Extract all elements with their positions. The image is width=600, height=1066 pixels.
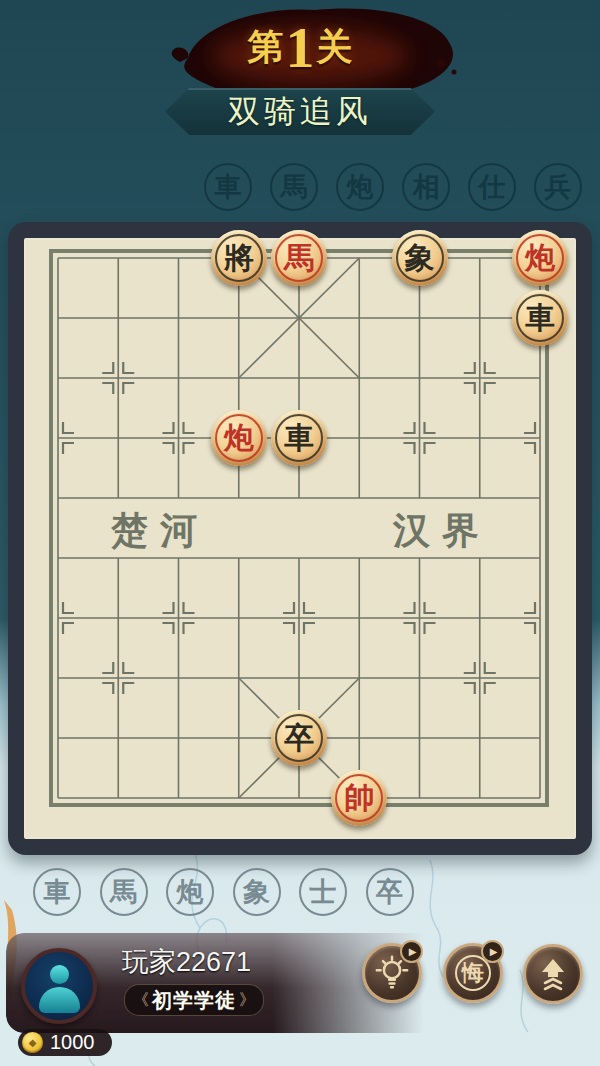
piece-ring (215, 414, 263, 462)
tray-piece-炮: 炮 (336, 163, 384, 211)
tray-piece-士: 士 (299, 868, 347, 916)
tray-piece-馬: 馬 (270, 163, 318, 211)
coin-icon: ◆ (22, 1032, 43, 1053)
coin-balance[interactable]: ◆ 1000 (18, 1029, 112, 1056)
piece-ring (215, 234, 263, 282)
person-icon-body (39, 987, 80, 1013)
level-prefix: 第 (248, 26, 284, 67)
play-ad-icon: ▶ (481, 940, 504, 963)
tray-piece-兵: 兵 (534, 163, 582, 211)
captured-tray-black: 車馬炮象士卒 (33, 868, 414, 916)
badge-left-ornament: 《 (133, 990, 149, 1011)
piece-red-horse[interactable]: 馬 (271, 230, 327, 286)
piece-ring (516, 294, 564, 342)
piece-black-chariot[interactable]: 車 (271, 410, 327, 466)
player-avatar[interactable] (21, 948, 97, 1024)
piece-ring (516, 234, 564, 282)
piece-ring (396, 234, 444, 282)
piece-ring (275, 414, 323, 462)
piece-ring (335, 774, 383, 822)
piece-red-general[interactable]: 帥 (331, 770, 387, 826)
tray-piece-馬: 馬 (100, 868, 148, 916)
player-name: 玩家22671 (122, 944, 251, 980)
level-number: 1 (284, 15, 317, 80)
tray-piece-車: 車 (33, 868, 81, 916)
badge-right-ornament: 》 (239, 990, 255, 1011)
tray-piece-車: 車 (204, 163, 252, 211)
puzzle-name: 双骑追风 (228, 90, 372, 134)
tray-piece-炮: 炮 (166, 868, 214, 916)
captured-tray-red: 車馬炮相仕兵 (204, 163, 582, 211)
piece-black-soldier[interactable]: 卒 (271, 710, 327, 766)
undo-button[interactable]: 悔 ▶ (443, 943, 503, 1003)
tray-piece-仕: 仕 (468, 163, 516, 211)
rank-badge-text: 初学学徒 (152, 987, 236, 1014)
play-ad-icon: ▶ (400, 940, 423, 963)
puzzle-name-banner: 双骑追风 (165, 88, 435, 135)
piece-black-elephant[interactable]: 象 (392, 230, 448, 286)
piece-ring (275, 714, 323, 762)
piece-red-cannon[interactable]: 炮 (211, 410, 267, 466)
coin-amount: 1000 (50, 1031, 95, 1054)
xiangqi-board[interactable]: 將馬象炮車炮車卒帥 (28, 228, 570, 828)
tray-piece-相: 相 (402, 163, 450, 211)
up-arrow-button[interactable] (523, 944, 583, 1004)
up-arrow-icon (533, 954, 573, 994)
hint-button[interactable]: ▶ (362, 943, 422, 1003)
person-icon (50, 965, 69, 984)
level-title: 第1关 (0, 14, 600, 81)
level-suffix: 关 (317, 26, 353, 67)
piece-black-general[interactable]: 將 (211, 230, 267, 286)
tray-piece-象: 象 (233, 868, 281, 916)
piece-black-chariot[interactable]: 車 (512, 290, 568, 346)
game-screen: 第1关 双骑追风 車馬炮相仕兵 車馬炮象士卒 楚河 汉界 將馬象炮車炮車卒帥 玩… (0, 0, 600, 1066)
piece-red-cannon[interactable]: 炮 (512, 230, 568, 286)
piece-ring (275, 234, 323, 282)
tray-piece-卒: 卒 (366, 868, 414, 916)
rank-badge: 《初学学徒》 (124, 984, 264, 1016)
